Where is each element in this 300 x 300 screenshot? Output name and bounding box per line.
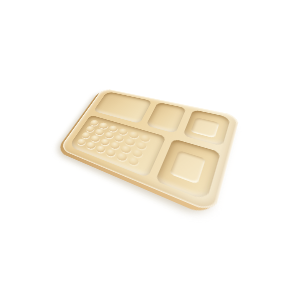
dimple-bump bbox=[116, 152, 128, 162]
dimple-bump bbox=[85, 141, 96, 150]
photo-background bbox=[0, 0, 300, 300]
compartment-bottom-right bbox=[155, 139, 221, 202]
dimple-bump bbox=[95, 144, 107, 153]
dimple-bump bbox=[105, 148, 117, 157]
embossed-floor-panel bbox=[191, 118, 220, 139]
embossed-floor-panel bbox=[169, 150, 207, 185]
compartment-top-right bbox=[183, 110, 231, 147]
dimple-grid bbox=[76, 119, 151, 166]
compartment-top-middle bbox=[146, 102, 187, 133]
dimple-bump bbox=[127, 156, 140, 166]
food-tray bbox=[59, 88, 240, 214]
